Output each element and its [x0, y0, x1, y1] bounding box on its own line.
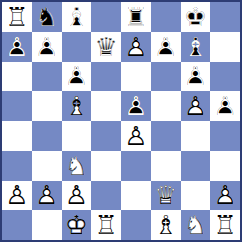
square-d4[interactable] — [91, 121, 121, 151]
square-h7[interactable] — [210, 32, 240, 62]
square-d7[interactable]: ♛♕ — [91, 32, 121, 62]
black-bishop-c8[interactable]: ♝♗ — [62, 2, 92, 32]
square-c6[interactable]: ♟♙ — [62, 62, 92, 92]
square-a2[interactable]: ♟♙ — [2, 181, 32, 211]
square-h5[interactable]: ♟♙ — [210, 91, 240, 121]
black-pawn-e5[interactable]: ♟♙ — [121, 91, 151, 121]
black-queen-d7[interactable]: ♛♕ — [91, 32, 121, 62]
white-bishop-c5[interactable]: ♝♗ — [62, 91, 92, 121]
square-a1[interactable] — [2, 210, 32, 240]
square-g6[interactable]: ♟♙ — [181, 62, 211, 92]
square-c2[interactable]: ♟♙ — [62, 181, 92, 211]
white-pawn-e7[interactable]: ♟♙ — [121, 32, 151, 62]
square-f8[interactable] — [151, 2, 181, 32]
square-b4[interactable] — [32, 121, 62, 151]
white-pawn-g5[interactable]: ♟♙ — [181, 91, 211, 121]
black-pawn-g6[interactable]: ♟♙ — [181, 62, 211, 92]
white-king-c1[interactable]: ♚♔ — [62, 210, 92, 240]
square-b7[interactable]: ♟♙ — [32, 32, 62, 62]
square-a5[interactable] — [2, 91, 32, 121]
square-c5[interactable]: ♝♗ — [62, 91, 92, 121]
chess-board: ♜♖♞♘♝♗♜♖♚♔♟♙♟♙♛♕♟♙♟♙♝♗♟♙♟♙♝♗♟♙♟♙♟♙♟♙♞♘♟♙… — [0, 0, 242, 242]
square-a8[interactable]: ♜♖ — [2, 2, 32, 32]
square-g1[interactable]: ♞♘ — [181, 210, 211, 240]
square-h3[interactable] — [210, 151, 240, 181]
black-pawn-h5[interactable]: ♟♙ — [210, 91, 240, 121]
black-pawn-b7[interactable]: ♟♙ — [32, 32, 62, 62]
square-g8[interactable]: ♚♔ — [181, 2, 211, 32]
white-pawn-c2[interactable]: ♟♙ — [62, 181, 92, 211]
white-rook-h1[interactable]: ♜♖ — [210, 210, 240, 240]
square-b3[interactable] — [32, 151, 62, 181]
square-d6[interactable] — [91, 62, 121, 92]
square-e1[interactable] — [121, 210, 151, 240]
square-g2[interactable] — [181, 181, 211, 211]
square-d3[interactable] — [91, 151, 121, 181]
black-rook-e8[interactable]: ♜♖ — [121, 2, 151, 32]
white-queen-f2[interactable]: ♛♕ — [151, 181, 181, 211]
square-h4[interactable] — [210, 121, 240, 151]
square-d1[interactable]: ♜♖ — [91, 210, 121, 240]
white-pawn-a2[interactable]: ♟♙ — [2, 181, 32, 211]
square-e5[interactable]: ♟♙ — [121, 91, 151, 121]
square-g4[interactable] — [181, 121, 211, 151]
square-a3[interactable] — [2, 151, 32, 181]
square-d8[interactable] — [91, 2, 121, 32]
square-g7[interactable]: ♝♗ — [181, 32, 211, 62]
square-e8[interactable]: ♜♖ — [121, 2, 151, 32]
square-g3[interactable] — [181, 151, 211, 181]
black-knight-b8[interactable]: ♞♘ — [32, 2, 62, 32]
square-f5[interactable] — [151, 91, 181, 121]
square-h1[interactable]: ♜♖ — [210, 210, 240, 240]
square-a6[interactable] — [2, 62, 32, 92]
square-f3[interactable] — [151, 151, 181, 181]
square-c1[interactable]: ♚♔ — [62, 210, 92, 240]
white-pawn-e4[interactable]: ♟♙ — [121, 121, 151, 151]
square-f2[interactable]: ♛♕ — [151, 181, 181, 211]
black-king-g8[interactable]: ♚♔ — [181, 2, 211, 32]
square-h6[interactable] — [210, 62, 240, 92]
square-d5[interactable] — [91, 91, 121, 121]
square-e2[interactable] — [121, 181, 151, 211]
square-e7[interactable]: ♟♙ — [121, 32, 151, 62]
white-pawn-b2[interactable]: ♟♙ — [32, 181, 62, 211]
square-f6[interactable] — [151, 62, 181, 92]
square-c7[interactable] — [62, 32, 92, 62]
square-a4[interactable] — [2, 121, 32, 151]
square-h8[interactable] — [210, 2, 240, 32]
black-pawn-f7[interactable]: ♟♙ — [151, 32, 181, 62]
black-pawn-c6[interactable]: ♟♙ — [62, 62, 92, 92]
square-e6[interactable] — [121, 62, 151, 92]
white-pawn-h2[interactable]: ♟♙ — [210, 181, 240, 211]
white-knight-g1[interactable]: ♞♘ — [181, 210, 211, 240]
square-c8[interactable]: ♝♗ — [62, 2, 92, 32]
white-knight-c3[interactable]: ♞♘ — [62, 151, 92, 181]
square-d2[interactable] — [91, 181, 121, 211]
square-b1[interactable] — [32, 210, 62, 240]
square-a7[interactable]: ♟♙ — [2, 32, 32, 62]
square-b2[interactable]: ♟♙ — [32, 181, 62, 211]
square-f1[interactable]: ♝♗ — [151, 210, 181, 240]
white-rook-d1[interactable]: ♜♖ — [91, 210, 121, 240]
square-f4[interactable] — [151, 121, 181, 151]
black-bishop-g7[interactable]: ♝♗ — [181, 32, 211, 62]
square-b5[interactable] — [32, 91, 62, 121]
square-c3[interactable]: ♞♘ — [62, 151, 92, 181]
square-b6[interactable] — [32, 62, 62, 92]
square-b8[interactable]: ♞♘ — [32, 2, 62, 32]
square-c4[interactable] — [62, 121, 92, 151]
black-pawn-a7[interactable]: ♟♙ — [2, 32, 32, 62]
square-f7[interactable]: ♟♙ — [151, 32, 181, 62]
square-e3[interactable] — [121, 151, 151, 181]
square-e4[interactable]: ♟♙ — [121, 121, 151, 151]
square-h2[interactable]: ♟♙ — [210, 181, 240, 211]
square-g5[interactable]: ♟♙ — [181, 91, 211, 121]
white-rook-a8[interactable]: ♜♖ — [2, 2, 32, 32]
white-bishop-f1[interactable]: ♝♗ — [151, 210, 181, 240]
